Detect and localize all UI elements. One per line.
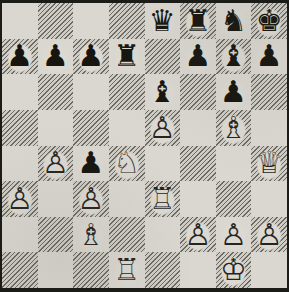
- square-a1[interactable]: [2, 252, 38, 288]
- square-g8[interactable]: ♞: [216, 3, 252, 39]
- square-a2[interactable]: [2, 217, 38, 253]
- square-c8[interactable]: [73, 3, 109, 39]
- square-b4[interactable]: ♙: [38, 146, 74, 182]
- square-e1[interactable]: [145, 252, 181, 288]
- piece-white-king[interactable]: ♔: [216, 252, 252, 288]
- square-f6[interactable]: [180, 74, 216, 110]
- piece-white-pawn[interactable]: ♙: [38, 146, 74, 182]
- piece-white-bishop[interactable]: ♗: [73, 217, 109, 253]
- square-h6[interactable]: [251, 74, 287, 110]
- square-d8[interactable]: [109, 3, 145, 39]
- square-h4[interactable]: ♕: [251, 146, 287, 182]
- square-a5[interactable]: [2, 110, 38, 146]
- square-f1[interactable]: [180, 252, 216, 288]
- square-b2[interactable]: [38, 217, 74, 253]
- piece-black-pawn[interactable]: ♟: [73, 39, 109, 75]
- square-e2[interactable]: [145, 217, 181, 253]
- square-h2[interactable]: ♙: [251, 217, 287, 253]
- square-d1[interactable]: ♖: [109, 252, 145, 288]
- square-d4[interactable]: ♘: [109, 146, 145, 182]
- square-b8[interactable]: [38, 3, 74, 39]
- piece-black-pawn[interactable]: ♟: [73, 146, 109, 182]
- piece-black-knight[interactable]: ♞: [216, 3, 252, 39]
- square-b1[interactable]: [38, 252, 74, 288]
- square-e5[interactable]: ♙: [145, 110, 181, 146]
- square-f8[interactable]: ♜: [180, 3, 216, 39]
- piece-white-rook[interactable]: ♖: [145, 181, 181, 217]
- square-d6[interactable]: [109, 74, 145, 110]
- square-h8[interactable]: ♚: [251, 3, 287, 39]
- chess-board: ♛♜♞♚♟♟♟♜♟♝♟♝♟♙♗♙♟♘♕♙♙♖♗♙♙♙♖♔: [2, 3, 287, 288]
- square-c1[interactable]: [73, 252, 109, 288]
- square-c7[interactable]: ♟: [73, 39, 109, 75]
- square-h7[interactable]: ♟: [251, 39, 287, 75]
- square-b3[interactable]: [38, 181, 74, 217]
- piece-black-rook[interactable]: ♜: [109, 39, 145, 75]
- piece-black-pawn[interactable]: ♟: [180, 39, 216, 75]
- piece-white-queen[interactable]: ♕: [251, 146, 287, 182]
- piece-white-pawn[interactable]: ♙: [2, 181, 38, 217]
- square-g3[interactable]: [216, 181, 252, 217]
- square-f2[interactable]: ♙: [180, 217, 216, 253]
- piece-black-rook[interactable]: ♜: [180, 3, 216, 39]
- piece-white-pawn[interactable]: ♙: [73, 181, 109, 217]
- square-f4[interactable]: [180, 146, 216, 182]
- piece-black-king[interactable]: ♚: [251, 3, 287, 39]
- square-g2[interactable]: ♙: [216, 217, 252, 253]
- square-f3[interactable]: [180, 181, 216, 217]
- square-a7[interactable]: ♟: [2, 39, 38, 75]
- square-b7[interactable]: ♟: [38, 39, 74, 75]
- square-d3[interactable]: [109, 181, 145, 217]
- piece-black-queen[interactable]: ♛: [145, 3, 181, 39]
- piece-white-bishop[interactable]: ♗: [216, 110, 252, 146]
- piece-white-rook[interactable]: ♖: [109, 252, 145, 288]
- square-h3[interactable]: [251, 181, 287, 217]
- square-d2[interactable]: [109, 217, 145, 253]
- square-h1[interactable]: [251, 252, 287, 288]
- square-f5[interactable]: [180, 110, 216, 146]
- square-a8[interactable]: [2, 3, 38, 39]
- piece-black-bishop[interactable]: ♝: [145, 74, 181, 110]
- piece-white-knight[interactable]: ♘: [109, 146, 145, 182]
- piece-white-pawn[interactable]: ♙: [145, 110, 181, 146]
- square-c4[interactable]: ♟: [73, 146, 109, 182]
- square-d7[interactable]: ♜: [109, 39, 145, 75]
- piece-black-pawn[interactable]: ♟: [38, 39, 74, 75]
- square-a3[interactable]: ♙: [2, 181, 38, 217]
- piece-black-bishop[interactable]: ♝: [216, 39, 252, 75]
- piece-black-pawn[interactable]: ♟: [216, 74, 252, 110]
- square-e3[interactable]: ♖: [145, 181, 181, 217]
- piece-white-pawn[interactable]: ♙: [180, 217, 216, 253]
- square-e4[interactable]: [145, 146, 181, 182]
- piece-white-pawn[interactable]: ♙: [216, 217, 252, 253]
- square-g7[interactable]: ♝: [216, 39, 252, 75]
- square-e6[interactable]: ♝: [145, 74, 181, 110]
- piece-black-pawn[interactable]: ♟: [251, 39, 287, 75]
- square-e8[interactable]: ♛: [145, 3, 181, 39]
- square-g6[interactable]: ♟: [216, 74, 252, 110]
- square-c5[interactable]: [73, 110, 109, 146]
- square-c6[interactable]: [73, 74, 109, 110]
- square-d5[interactable]: [109, 110, 145, 146]
- piece-black-pawn[interactable]: ♟: [2, 39, 38, 75]
- square-a4[interactable]: [2, 146, 38, 182]
- square-b6[interactable]: [38, 74, 74, 110]
- square-a6[interactable]: [2, 74, 38, 110]
- square-e7[interactable]: [145, 39, 181, 75]
- square-g4[interactable]: [216, 146, 252, 182]
- square-c3[interactable]: ♙: [73, 181, 109, 217]
- square-b5[interactable]: [38, 110, 74, 146]
- chess-diagram-frame: ♛♜♞♚♟♟♟♜♟♝♟♝♟♙♗♙♟♘♕♙♙♖♗♙♙♙♖♔: [0, 0, 289, 292]
- square-g1[interactable]: ♔: [216, 252, 252, 288]
- square-c2[interactable]: ♗: [73, 217, 109, 253]
- square-h5[interactable]: [251, 110, 287, 146]
- piece-white-pawn[interactable]: ♙: [251, 217, 287, 253]
- square-g5[interactable]: ♗: [216, 110, 252, 146]
- square-f7[interactable]: ♟: [180, 39, 216, 75]
